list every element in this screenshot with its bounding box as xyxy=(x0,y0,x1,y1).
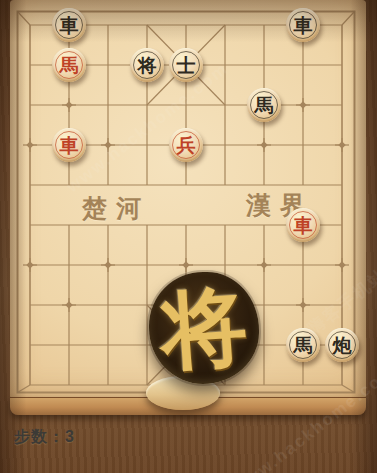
piece-red-soldier[interactable]: 兵 xyxy=(169,128,203,162)
piece-red-chariot[interactable]: 車 xyxy=(52,128,86,162)
piece-red-chariot[interactable]: 車 xyxy=(286,208,320,242)
game-screen: 楚河 漢界 車車馬将士馬車兵車馬炮 将 www.hackhome.com嗨客手机… xyxy=(0,0,377,473)
piece-black-chariot[interactable]: 車 xyxy=(286,8,320,42)
piece-black-advisor[interactable]: 士 xyxy=(169,48,203,82)
steps-counter: 步数：3 xyxy=(14,427,75,448)
piece-black-horse[interactable]: 馬 xyxy=(286,328,320,362)
piece-black-general[interactable]: 将 xyxy=(130,48,164,82)
river-label-left: 楚河 xyxy=(82,192,150,225)
piece-red-horse[interactable]: 馬 xyxy=(52,48,86,82)
piece-black-chariot[interactable]: 車 xyxy=(52,8,86,42)
piece-black-horse[interactable]: 馬 xyxy=(247,88,281,122)
check-stamp: 将 xyxy=(149,272,259,384)
piece-black-cannon[interactable]: 炮 xyxy=(325,328,359,362)
check-stamp-glyph: 将 xyxy=(146,274,263,381)
